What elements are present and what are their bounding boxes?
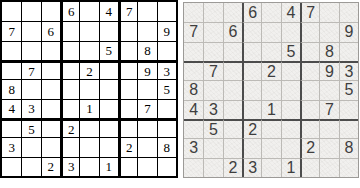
cell-r5c3 (41, 79, 60, 98)
cell-r7c4: 2 (242, 119, 261, 138)
cell-r6c4 (242, 100, 261, 119)
cell-r2c9: 9 (157, 21, 176, 40)
cell-r8c5 (261, 138, 280, 157)
cell-r5c2 (21, 79, 40, 98)
cell-r5c4 (60, 79, 79, 98)
cell-r9c9 (157, 157, 176, 176)
cell-r4c9: 3 (339, 61, 358, 80)
cell-r5c9: 5 (339, 80, 358, 99)
cell-r5c8 (319, 80, 338, 99)
cell-r9c7 (118, 157, 137, 176)
cell-r2c7 (118, 21, 137, 40)
cell-r4c3 (41, 60, 60, 79)
cell-r6c7 (300, 100, 319, 119)
cell-r2c8 (137, 21, 156, 40)
cell-r4c6 (99, 60, 118, 79)
print-sudoku-grid: 64776958729385431752328231 (0, 0, 178, 178)
cell-r8c3 (223, 138, 242, 157)
cell-r8c9: 8 (157, 137, 176, 156)
cell-r6c6 (99, 99, 118, 118)
cell-r7c2: 5 (21, 118, 40, 137)
cell-r4c6 (281, 61, 300, 80)
cell-r6c5: 1 (261, 100, 280, 119)
cell-r3c9 (339, 42, 358, 61)
cell-r2c4 (60, 21, 79, 40)
cell-r7c5 (79, 118, 98, 137)
cell-r6c2: 3 (203, 100, 222, 119)
cell-r4c9: 3 (157, 60, 176, 79)
cell-r7c3 (223, 119, 242, 138)
cell-r4c3 (223, 61, 242, 80)
cell-r7c3 (41, 118, 60, 137)
cell-r4c7 (300, 61, 319, 80)
cell-r5c1: 8 (184, 80, 203, 99)
cell-r6c9 (157, 99, 176, 118)
cell-r5c9: 5 (157, 79, 176, 98)
cell-r5c5 (261, 80, 280, 99)
cell-r8c1: 3 (2, 137, 21, 156)
cell-r5c3 (223, 80, 242, 99)
cell-r2c4 (242, 22, 261, 41)
cell-r3c5 (261, 42, 280, 61)
cell-r4c8: 9 (319, 61, 338, 80)
cell-r1c7: 7 (300, 3, 319, 22)
cell-r5c5 (79, 79, 98, 98)
cell-r2c2 (21, 21, 40, 40)
cell-r6c8: 7 (137, 99, 156, 118)
cell-r8c8 (137, 137, 156, 156)
cell-r7c8 (319, 119, 338, 138)
cell-r8c7: 2 (118, 137, 137, 156)
cell-r9c5 (261, 158, 280, 177)
cell-r7c7 (118, 118, 137, 137)
cell-r8c4 (242, 138, 261, 157)
cell-r4c7 (118, 60, 137, 79)
cell-r5c7 (118, 79, 137, 98)
cell-r5c4 (242, 80, 261, 99)
cell-r3c5 (79, 41, 98, 60)
cell-r8c9: 8 (339, 138, 358, 157)
cell-r3c7 (118, 41, 137, 60)
cell-r1c5 (79, 2, 98, 21)
cell-r5c6 (99, 79, 118, 98)
cell-r8c6 (281, 138, 300, 157)
cell-r1c2 (203, 3, 222, 22)
cell-r6c5: 1 (79, 99, 98, 118)
cell-r6c7 (118, 99, 137, 118)
cell-r3c8: 8 (319, 42, 338, 61)
cell-r3c3 (41, 41, 60, 60)
cell-r2c8 (319, 22, 338, 41)
cell-r6c1: 4 (2, 99, 21, 118)
cell-r1c4: 6 (242, 3, 261, 22)
cell-r2c6 (99, 21, 118, 40)
cell-r8c1: 3 (184, 138, 203, 157)
cell-r9c1 (2, 157, 21, 176)
cell-r9c9 (339, 158, 358, 177)
cell-r6c9 (339, 100, 358, 119)
cell-r6c6 (281, 100, 300, 119)
cell-r4c8: 9 (137, 60, 156, 79)
cell-r9c3: 2 (223, 158, 242, 177)
cell-r3c2 (203, 42, 222, 61)
cell-r5c1: 8 (2, 79, 21, 98)
cell-r6c1: 4 (184, 100, 203, 119)
cell-r3c4 (242, 42, 261, 61)
cell-r7c8 (137, 118, 156, 137)
cell-r1c3 (41, 2, 60, 21)
cell-r9c2 (203, 158, 222, 177)
cell-r2c2 (203, 22, 222, 41)
cell-r9c1 (184, 158, 203, 177)
cell-r9c8 (137, 157, 156, 176)
cell-r1c3 (223, 3, 242, 22)
cell-r1c9 (339, 3, 358, 22)
cell-r4c2: 7 (203, 61, 222, 80)
cell-r2c3: 6 (223, 22, 242, 41)
cell-r2c9: 9 (339, 22, 358, 41)
cell-r7c6 (281, 119, 300, 138)
cell-r9c5 (79, 157, 98, 176)
cell-r2c5 (261, 22, 280, 41)
cell-r3c1 (2, 41, 21, 60)
cell-r7c4: 2 (60, 118, 79, 137)
cell-r5c2 (203, 80, 222, 99)
cell-r3c1 (184, 42, 203, 61)
cell-r8c2 (203, 138, 222, 157)
cell-r1c9 (157, 2, 176, 21)
cell-r2c1: 7 (184, 22, 203, 41)
cell-r6c2: 3 (21, 99, 40, 118)
cell-r2c6 (281, 22, 300, 41)
cell-r5c6 (281, 80, 300, 99)
cell-r9c6: 1 (99, 157, 118, 176)
cell-r1c8 (137, 2, 156, 21)
cell-r8c2 (21, 137, 40, 156)
cell-r9c2 (21, 157, 40, 176)
cell-r8c3 (41, 137, 60, 156)
cell-r2c5 (79, 21, 98, 40)
cell-r1c8 (319, 3, 338, 22)
cell-r1c6: 4 (281, 3, 300, 22)
cell-r7c7 (300, 119, 319, 138)
cell-r8c7: 2 (300, 138, 319, 157)
cell-r2c7 (300, 22, 319, 41)
cell-r3c8: 8 (137, 41, 156, 60)
cell-r9c4: 3 (242, 158, 261, 177)
cell-r1c1 (2, 2, 21, 21)
cell-r3c7 (300, 42, 319, 61)
cell-r5c8 (137, 79, 156, 98)
cell-r3c9 (157, 41, 176, 60)
cell-r7c6 (99, 118, 118, 137)
cell-r8c4 (60, 137, 79, 156)
cell-r7c1 (2, 118, 21, 137)
cell-r4c1 (184, 61, 203, 80)
cell-r1c2 (21, 2, 40, 21)
cell-r4c2: 7 (21, 60, 40, 79)
cell-r1c5 (261, 3, 280, 22)
cell-r6c4 (60, 99, 79, 118)
cell-r3c2 (21, 41, 40, 60)
cell-r4c4 (60, 60, 79, 79)
cell-r1c7: 7 (118, 2, 137, 21)
cell-r5c7 (300, 80, 319, 99)
cell-r4c4 (242, 61, 261, 80)
cell-r8c6 (99, 137, 118, 156)
cell-r1c4: 6 (60, 2, 79, 21)
cell-r9c3: 2 (41, 157, 60, 176)
cell-r9c8 (319, 158, 338, 177)
cell-r2c1: 7 (2, 21, 21, 40)
cell-r9c6: 1 (281, 158, 300, 177)
cell-r3c6: 5 (99, 41, 118, 60)
scan-sudoku-grid: 64776958729385431752328231 (183, 2, 359, 178)
cell-r7c1 (184, 119, 203, 138)
cell-r4c5: 2 (79, 60, 98, 79)
cell-r9c7 (300, 158, 319, 177)
cell-r7c5 (261, 119, 280, 138)
cell-r8c8 (319, 138, 338, 157)
cell-r7c9 (157, 118, 176, 137)
cell-r7c2: 5 (203, 119, 222, 138)
cell-r1c1 (184, 3, 203, 22)
cell-r2c3: 6 (41, 21, 60, 40)
cell-r8c5 (79, 137, 98, 156)
cell-r6c3 (223, 100, 242, 119)
cell-r1c6: 4 (99, 2, 118, 21)
cell-r7c9 (339, 119, 358, 138)
cell-r6c8: 7 (319, 100, 338, 119)
cell-r3c6: 5 (281, 42, 300, 61)
cell-r4c1 (2, 60, 21, 79)
cell-r9c4: 3 (60, 157, 79, 176)
cell-r6c3 (41, 99, 60, 118)
cell-r3c3 (223, 42, 242, 61)
cell-r4c5: 2 (261, 61, 280, 80)
cell-r3c4 (60, 41, 79, 60)
